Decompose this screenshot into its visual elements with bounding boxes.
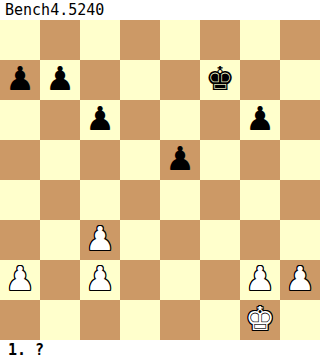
black-king-icon: ♚	[205, 60, 235, 99]
square-c2[interactable]: ♟	[80, 260, 120, 300]
square-b1[interactable]	[40, 300, 80, 340]
square-b8[interactable]	[40, 20, 80, 60]
square-a8[interactable]	[0, 20, 40, 60]
square-e5[interactable]: ♟	[160, 140, 200, 180]
square-d6[interactable]	[120, 100, 160, 140]
square-f2[interactable]	[200, 260, 240, 300]
square-f8[interactable]	[200, 20, 240, 60]
square-e2[interactable]	[160, 260, 200, 300]
window-title: Bench4.5240	[0, 0, 320, 20]
black-pawn-icon: ♟	[245, 100, 275, 139]
chess-board: ♟♟♚♟♟♟♟♟♟♟♟♚	[0, 20, 320, 340]
square-h1[interactable]	[280, 300, 320, 340]
square-e7[interactable]	[160, 60, 200, 100]
white-pawn-icon: ♟	[5, 260, 35, 299]
square-a2[interactable]: ♟	[0, 260, 40, 300]
square-f1[interactable]	[200, 300, 240, 340]
square-h8[interactable]	[280, 20, 320, 60]
square-h6[interactable]	[280, 100, 320, 140]
square-h4[interactable]	[280, 180, 320, 220]
white-pawn-icon: ♟	[285, 260, 315, 299]
white-king-icon: ♚	[245, 300, 275, 339]
square-d4[interactable]	[120, 180, 160, 220]
square-a5[interactable]	[0, 140, 40, 180]
square-f3[interactable]	[200, 220, 240, 260]
square-f7[interactable]: ♚	[200, 60, 240, 100]
square-e6[interactable]	[160, 100, 200, 140]
square-c8[interactable]	[80, 20, 120, 60]
square-e1[interactable]	[160, 300, 200, 340]
square-c3[interactable]: ♟	[80, 220, 120, 260]
square-f6[interactable]	[200, 100, 240, 140]
square-e3[interactable]	[160, 220, 200, 260]
square-b7[interactable]: ♟	[40, 60, 80, 100]
square-c7[interactable]	[80, 60, 120, 100]
square-b6[interactable]	[40, 100, 80, 140]
square-h7[interactable]	[280, 60, 320, 100]
square-c4[interactable]	[80, 180, 120, 220]
square-g5[interactable]	[240, 140, 280, 180]
square-f4[interactable]	[200, 180, 240, 220]
square-g3[interactable]	[240, 220, 280, 260]
move-prompt: 1. ?	[0, 340, 320, 360]
square-a6[interactable]	[0, 100, 40, 140]
white-pawn-icon: ♟	[85, 220, 115, 259]
black-pawn-icon: ♟	[45, 60, 75, 99]
square-a7[interactable]: ♟	[0, 60, 40, 100]
square-h3[interactable]	[280, 220, 320, 260]
square-g1[interactable]: ♚	[240, 300, 280, 340]
black-pawn-icon: ♟	[85, 100, 115, 139]
square-b4[interactable]	[40, 180, 80, 220]
white-pawn-icon: ♟	[245, 260, 275, 299]
square-c1[interactable]	[80, 300, 120, 340]
square-f5[interactable]	[200, 140, 240, 180]
square-g4[interactable]	[240, 180, 280, 220]
black-pawn-icon: ♟	[5, 60, 35, 99]
square-c5[interactable]	[80, 140, 120, 180]
square-e8[interactable]	[160, 20, 200, 60]
square-h5[interactable]	[280, 140, 320, 180]
square-g2[interactable]: ♟	[240, 260, 280, 300]
black-pawn-icon: ♟	[165, 140, 195, 179]
square-h2[interactable]: ♟	[280, 260, 320, 300]
square-b2[interactable]	[40, 260, 80, 300]
square-c6[interactable]: ♟	[80, 100, 120, 140]
square-b3[interactable]	[40, 220, 80, 260]
square-d5[interactable]	[120, 140, 160, 180]
white-pawn-icon: ♟	[85, 260, 115, 299]
square-a4[interactable]	[0, 180, 40, 220]
square-g7[interactable]	[240, 60, 280, 100]
square-d7[interactable]	[120, 60, 160, 100]
square-d1[interactable]	[120, 300, 160, 340]
square-b5[interactable]	[40, 140, 80, 180]
square-a1[interactable]	[0, 300, 40, 340]
square-d2[interactable]	[120, 260, 160, 300]
square-g8[interactable]	[240, 20, 280, 60]
square-g6[interactable]: ♟	[240, 100, 280, 140]
chess-benchmark-window: Bench4.5240 ♟♟♚♟♟♟♟♟♟♟♟♚ 1. ?	[0, 0, 320, 360]
square-d8[interactable]	[120, 20, 160, 60]
square-a3[interactable]	[0, 220, 40, 260]
square-e4[interactable]	[160, 180, 200, 220]
square-d3[interactable]	[120, 220, 160, 260]
